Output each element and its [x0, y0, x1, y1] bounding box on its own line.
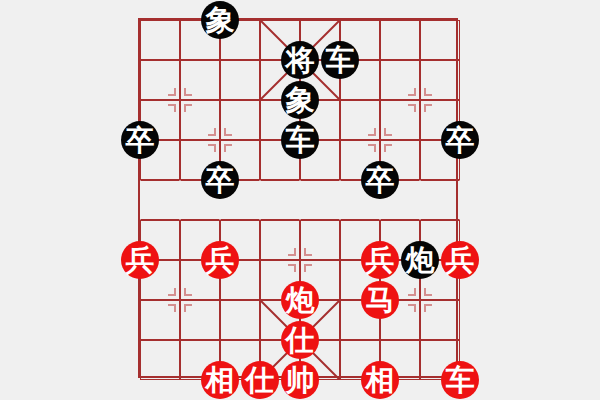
red-advisor[interactable]: 仕 [281, 321, 319, 359]
red-soldier[interactable]: 兵 [441, 241, 479, 279]
board-cell [260, 180, 300, 220]
black-cannon[interactable]: 炮 [401, 241, 439, 279]
board-cell [220, 60, 260, 100]
black-soldier[interactable]: 卒 [121, 121, 159, 159]
red-general[interactable]: 帅 [281, 361, 319, 399]
board-cell [180, 100, 220, 140]
black-soldier[interactable]: 卒 [361, 161, 399, 199]
board-cell [180, 60, 220, 100]
board-cell [420, 60, 460, 100]
board-cell [420, 300, 460, 340]
board-cell [300, 180, 340, 220]
board-cell [140, 180, 180, 220]
board-cell [380, 100, 420, 140]
black-soldier[interactable]: 卒 [201, 161, 239, 199]
board-cell [420, 180, 460, 220]
red-horse[interactable]: 马 [361, 281, 399, 319]
board-cell [380, 20, 420, 60]
black-elephant[interactable]: 象 [281, 81, 319, 119]
red-chariot[interactable]: 车 [441, 361, 479, 399]
black-general[interactable]: 将 [281, 41, 319, 79]
board-cell [140, 340, 180, 380]
board-cell [140, 300, 180, 340]
board-cell [420, 20, 460, 60]
xiangqi-screenshot: 象将车象卒车卒卒卒炮兵兵兵兵炮马仕相仕帅相车 [0, 0, 600, 400]
board-cell [380, 60, 420, 100]
red-advisor[interactable]: 仕 [241, 361, 279, 399]
black-chariot[interactable]: 车 [281, 121, 319, 159]
black-elephant[interactable]: 象 [201, 1, 239, 39]
board-cell [140, 20, 180, 60]
board-cell [260, 220, 300, 260]
black-soldier[interactable]: 卒 [441, 121, 479, 159]
red-soldier[interactable]: 兵 [201, 241, 239, 279]
red-cannon[interactable]: 炮 [281, 281, 319, 319]
xiangqi-board[interactable]: 象将车象卒车卒卒卒炮兵兵兵兵炮马仕相仕帅相车 [138, 18, 458, 378]
red-soldier[interactable]: 兵 [361, 241, 399, 279]
board-cell [220, 100, 260, 140]
red-elephant[interactable]: 相 [361, 361, 399, 399]
board-cell [220, 300, 260, 340]
board-cell [140, 60, 180, 100]
red-soldier[interactable]: 兵 [121, 241, 159, 279]
board-cell [340, 100, 380, 140]
red-elephant[interactable]: 相 [201, 361, 239, 399]
board-cell [300, 220, 340, 260]
board-cell [180, 300, 220, 340]
black-chariot[interactable]: 车 [321, 41, 359, 79]
